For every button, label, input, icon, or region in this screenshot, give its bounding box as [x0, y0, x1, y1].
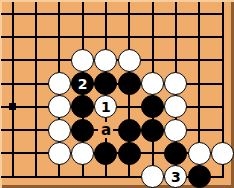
white-stone [48, 95, 71, 118]
intersection [94, 25, 117, 48]
intersection [118, 49, 141, 72]
intersection [118, 25, 141, 48]
go-board: 21a3 [0, 0, 234, 188]
intersection [188, 72, 211, 95]
intersection [211, 72, 234, 95]
intersection [188, 142, 211, 165]
intersection [118, 142, 141, 165]
intersection [188, 49, 211, 72]
black-stone [164, 142, 187, 165]
intersection [118, 118, 141, 141]
black-stone [141, 119, 164, 142]
intersection [48, 142, 71, 165]
intersection [211, 118, 234, 141]
intersection [211, 49, 234, 72]
intersection [48, 165, 71, 188]
intersection [24, 118, 47, 141]
intersection [188, 118, 211, 141]
intersection [71, 95, 94, 118]
intersection [24, 2, 47, 25]
intersection [164, 118, 187, 141]
intersection [1, 142, 24, 165]
intersection [164, 72, 187, 95]
intersection [211, 95, 234, 118]
intersection [94, 142, 117, 165]
intersection: 3 [164, 165, 187, 188]
intersection [48, 118, 71, 141]
intersection [188, 165, 211, 188]
black-stone [118, 72, 141, 95]
intersection [24, 95, 47, 118]
intersection [48, 72, 71, 95]
white-stone [48, 142, 71, 165]
white-stone [141, 72, 164, 95]
intersection [141, 2, 164, 25]
intersection [48, 95, 71, 118]
intersection [1, 49, 24, 72]
intersection [188, 25, 211, 48]
intersection [1, 2, 24, 25]
black-stone [71, 95, 94, 118]
white-stone-move-1: 1 [94, 95, 117, 118]
intersection [71, 2, 94, 25]
intersection [48, 25, 71, 48]
intersection [48, 2, 71, 25]
intersection [164, 25, 187, 48]
black-stone [94, 142, 117, 165]
white-stone [48, 119, 71, 142]
intersection [141, 118, 164, 141]
intersection [24, 72, 47, 95]
intersection [118, 72, 141, 95]
intersection [164, 2, 187, 25]
intersection [164, 95, 187, 118]
black-stone-move-2: 2 [71, 72, 94, 95]
intersection [71, 25, 94, 48]
intersection [1, 95, 24, 118]
black-stone [118, 142, 141, 165]
intersection [164, 142, 187, 165]
intersection [71, 142, 94, 165]
white-stone [71, 49, 94, 72]
white-stone [48, 72, 71, 95]
white-stone [188, 142, 211, 165]
intersection [94, 49, 117, 72]
intersection [188, 2, 211, 25]
intersection [141, 25, 164, 48]
intersection [24, 25, 47, 48]
intersection [141, 49, 164, 72]
intersection [211, 165, 234, 188]
intersection [141, 72, 164, 95]
intersection [24, 165, 47, 188]
intersection [164, 49, 187, 72]
intersection [1, 72, 24, 95]
black-stone [188, 165, 211, 188]
white-stone [71, 142, 94, 165]
intersection [71, 49, 94, 72]
board-grid: 21a3 [1, 2, 234, 188]
intersection [141, 142, 164, 165]
intersection [118, 2, 141, 25]
intersection [24, 142, 47, 165]
black-stone [141, 95, 164, 118]
intersection [118, 95, 141, 118]
white-stone [211, 142, 234, 165]
black-stone [118, 119, 141, 142]
intersection [188, 95, 211, 118]
intersection [211, 2, 234, 25]
intersection [1, 165, 24, 188]
intersection [94, 72, 117, 95]
intersection [94, 2, 117, 25]
white-stone-move-3: 3 [164, 165, 187, 188]
black-stone [71, 119, 94, 142]
intersection [141, 95, 164, 118]
intersection [94, 165, 117, 188]
white-stone [164, 95, 187, 118]
intersection [71, 165, 94, 188]
intersection: 2 [71, 72, 94, 95]
white-stone [94, 49, 117, 72]
intersection [141, 165, 164, 188]
black-stone [94, 72, 117, 95]
white-stone [164, 119, 187, 142]
point-label-a: a [98, 122, 113, 138]
intersection [211, 25, 234, 48]
intersection [1, 118, 24, 141]
intersection [48, 49, 71, 72]
white-stone [118, 49, 141, 72]
white-stone [141, 165, 164, 188]
intersection [1, 25, 24, 48]
intersection: a [94, 118, 117, 141]
intersection [24, 49, 47, 72]
intersection [118, 165, 141, 188]
intersection [71, 118, 94, 141]
star-point [9, 103, 16, 110]
intersection [211, 142, 234, 165]
white-stone [164, 72, 187, 95]
intersection: 1 [94, 95, 117, 118]
